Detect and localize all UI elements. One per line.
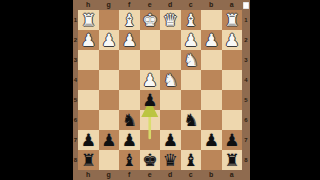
square-e5[interactable]: ♟ (140, 90, 161, 110)
square-h6[interactable] (78, 110, 99, 130)
square-f8[interactable]: ♝ (119, 150, 140, 170)
square-a2[interactable]: ♟ (222, 30, 243, 50)
square-b6[interactable] (201, 110, 222, 130)
square-a5[interactable] (222, 90, 243, 110)
square-c7[interactable] (181, 130, 202, 150)
black-knight-f6[interactable]: ♞ (119, 110, 140, 130)
black-pawn-d7[interactable]: ♟ (160, 130, 181, 150)
white-knight-d4[interactable]: ♞ (160, 70, 181, 90)
square-a6[interactable] (222, 110, 243, 130)
black-rook-h8[interactable]: ♜ (78, 150, 99, 170)
rank-label-3: 3 (242, 50, 250, 70)
square-a4[interactable] (222, 70, 243, 90)
white-knight-c3[interactable]: ♞ (181, 50, 202, 70)
square-e8[interactable]: ♚ (140, 150, 161, 170)
square-b1[interactable] (201, 10, 222, 30)
square-c2[interactable]: ♟ (181, 30, 202, 50)
square-e4[interactable]: ♟ (140, 70, 161, 90)
square-e3[interactable] (140, 50, 161, 70)
square-h2[interactable]: ♟ (78, 30, 99, 50)
square-d3[interactable] (160, 50, 181, 70)
file-label-d: d (160, 170, 181, 180)
rank-label-1: 1 (242, 10, 250, 30)
file-labels-top: hgfedcba (78, 0, 242, 10)
square-f1[interactable]: ♝ (119, 10, 140, 30)
square-g1[interactable] (99, 10, 120, 30)
rank-label-4: 4 (242, 70, 250, 90)
black-pawn-g7[interactable]: ♟ (99, 130, 120, 150)
square-d1[interactable]: ♛ (160, 10, 181, 30)
white-rook-h1[interactable]: ♜ (78, 10, 99, 30)
black-pawn-a7[interactable]: ♟ (222, 130, 243, 150)
square-b4[interactable] (201, 70, 222, 90)
square-h3[interactable] (78, 50, 99, 70)
white-pawn-g2[interactable]: ♟ (99, 30, 120, 50)
square-f5[interactable] (119, 90, 140, 110)
square-g7[interactable]: ♟ (99, 130, 120, 150)
square-b3[interactable] (201, 50, 222, 70)
white-pawn-e4[interactable]: ♟ (140, 70, 161, 90)
file-label-e: e (140, 0, 161, 10)
square-b5[interactable] (201, 90, 222, 110)
rank-label-5: 5 (242, 90, 250, 110)
square-h1[interactable]: ♜ (78, 10, 99, 30)
square-a8[interactable]: ♜ (222, 150, 243, 170)
square-d5[interactable] (160, 90, 181, 110)
file-labels-bottom: hgfedcba (78, 170, 242, 180)
white-king-e1[interactable]: ♚ (140, 10, 161, 30)
square-f4[interactable] (119, 70, 140, 90)
square-b7[interactable]: ♟ (201, 130, 222, 150)
square-e7[interactable] (140, 130, 161, 150)
square-e2[interactable] (140, 30, 161, 50)
square-c3[interactable]: ♞ (181, 50, 202, 70)
square-f3[interactable] (119, 50, 140, 70)
square-b2[interactable]: ♟ (201, 30, 222, 50)
square-g3[interactable] (99, 50, 120, 70)
black-queen-d8[interactable]: ♛ (160, 150, 181, 170)
square-g6[interactable] (99, 110, 120, 130)
square-b8[interactable] (201, 150, 222, 170)
rank-label-8: 8 (242, 150, 250, 170)
file-label-g: g (99, 0, 120, 10)
file-label-c: c (181, 170, 202, 180)
file-label-h: h (78, 0, 99, 10)
black-bishop-f8[interactable]: ♝ (119, 150, 140, 170)
file-label-d: d (160, 0, 181, 10)
file-label-c: c (181, 0, 202, 10)
square-d2[interactable] (160, 30, 181, 50)
square-a1[interactable]: ♜ (222, 10, 243, 30)
white-rook-a1[interactable]: ♜ (222, 10, 243, 30)
video-frame: hgfedcba hgfedcba 12345678 12345678 ♜♝♚♛… (0, 0, 320, 180)
square-h7[interactable]: ♟ (78, 130, 99, 150)
square-g8[interactable] (99, 150, 120, 170)
black-pawn-b7[interactable]: ♟ (201, 130, 222, 150)
rank-labels-right: 12345678 (242, 10, 250, 170)
white-pawn-c2[interactable]: ♟ (181, 30, 202, 50)
file-label-g: g (99, 170, 120, 180)
square-a3[interactable] (222, 50, 243, 70)
square-f2[interactable]: ♟ (119, 30, 140, 50)
square-g5[interactable] (99, 90, 120, 110)
white-bishop-f1[interactable]: ♝ (119, 10, 140, 30)
rank-label-6: 6 (242, 110, 250, 130)
file-label-b: b (201, 0, 222, 10)
square-c1[interactable]: ♝ (181, 10, 202, 30)
white-pawn-h2[interactable]: ♟ (78, 30, 99, 50)
black-bishop-c8[interactable]: ♝ (181, 150, 202, 170)
square-g4[interactable] (99, 70, 120, 90)
black-rook-a8[interactable]: ♜ (222, 150, 243, 170)
white-pawn-f2[interactable]: ♟ (119, 30, 140, 50)
white-to-move-indicator (243, 2, 250, 9)
file-label-f: f (119, 170, 140, 180)
square-g2[interactable]: ♟ (99, 30, 120, 50)
square-c5[interactable] (181, 90, 202, 110)
white-queen-d1[interactable]: ♛ (160, 10, 181, 30)
black-pawn-h7[interactable]: ♟ (78, 130, 99, 150)
square-c8[interactable]: ♝ (181, 150, 202, 170)
black-king-e8[interactable]: ♚ (140, 150, 161, 170)
square-d4[interactable]: ♞ (160, 70, 181, 90)
rank-label-2: 2 (242, 30, 250, 50)
chess-board: hgfedcba hgfedcba 12345678 12345678 ♜♝♚♛… (73, 0, 250, 180)
square-h4[interactable] (78, 70, 99, 90)
square-f6[interactable]: ♞ (119, 110, 140, 130)
square-e6[interactable] (140, 110, 161, 130)
black-pawn-e5[interactable]: ♟ (140, 90, 161, 110)
square-d6[interactable] (160, 110, 181, 130)
white-pawn-b2[interactable]: ♟ (201, 30, 222, 50)
file-label-b: b (201, 170, 222, 180)
white-bishop-c1[interactable]: ♝ (181, 10, 202, 30)
file-label-a: a (222, 0, 243, 10)
white-pawn-a2[interactable]: ♟ (222, 30, 243, 50)
square-c6[interactable]: ♞ (181, 110, 202, 130)
square-e1[interactable]: ♚ (140, 10, 161, 30)
file-label-h: h (78, 170, 99, 180)
square-h8[interactable]: ♜ (78, 150, 99, 170)
file-label-a: a (222, 170, 243, 180)
square-a7[interactable]: ♟ (222, 130, 243, 150)
black-knight-c6[interactable]: ♞ (181, 110, 202, 130)
square-d7[interactable]: ♟ (160, 130, 181, 150)
board-grid: ♜♝♚♛♝♜♟♟♟♟♟♟♞♟♞♟♞♞♟♟♟♟♟♟♜♝♚♛♝♜ (78, 10, 242, 170)
file-label-f: f (119, 0, 140, 10)
black-pawn-f7[interactable]: ♟ (119, 130, 140, 150)
square-c4[interactable] (181, 70, 202, 90)
rank-label-7: 7 (242, 130, 250, 150)
square-d8[interactable]: ♛ (160, 150, 181, 170)
file-label-e: e (140, 170, 161, 180)
square-f7[interactable]: ♟ (119, 130, 140, 150)
square-h5[interactable] (78, 90, 99, 110)
